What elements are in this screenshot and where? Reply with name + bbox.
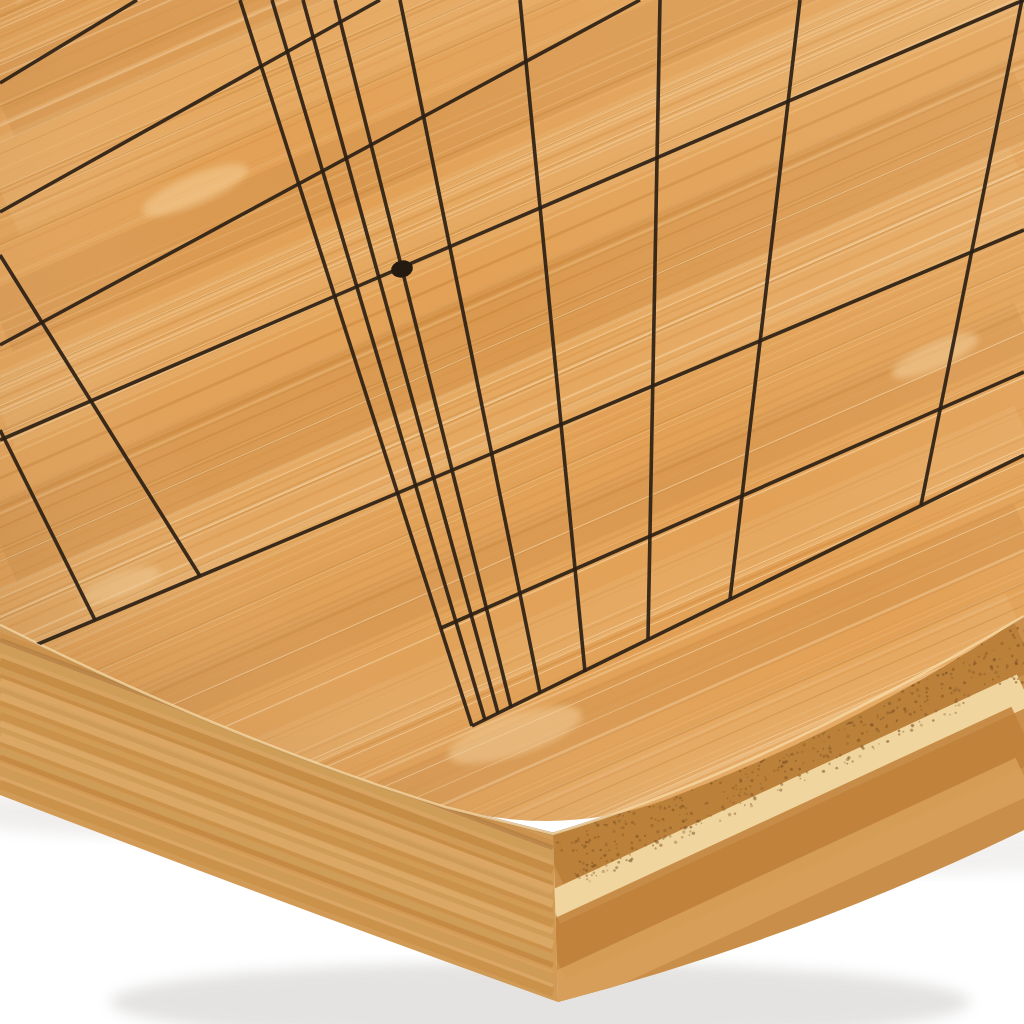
- end-grain-speckle: [972, 671, 976, 675]
- end-grain-speckle: [891, 710, 894, 713]
- end-grain-speckle: [836, 756, 838, 758]
- end-grain-speckle: [889, 711, 891, 713]
- end-grain-speckle: [745, 773, 747, 775]
- end-grain-speckle: [597, 866, 599, 868]
- end-grain-speckle: [812, 747, 815, 750]
- end-grain-speckle: [968, 669, 971, 672]
- end-grain-speckle: [773, 770, 775, 772]
- end-grain-speckle: [585, 830, 587, 832]
- end-grain-speckle: [846, 742, 849, 745]
- end-grain-speckle: [685, 807, 687, 809]
- end-grain-speckle: [659, 808, 661, 810]
- end-grain-speckle: [994, 671, 998, 675]
- end-grain-speckle: [925, 691, 927, 693]
- end-grain-speckle: [1013, 636, 1016, 639]
- end-grain-speckle: [963, 662, 965, 664]
- end-grain-speckle: [888, 702, 892, 706]
- end-grain-speckle: [913, 711, 916, 714]
- end-grain-speckle: [655, 840, 658, 843]
- end-grain-speckle: [822, 733, 825, 736]
- end-grain-speckle: [920, 705, 922, 707]
- end-grain-speckle: [875, 727, 878, 730]
- end-grain-speckle: [618, 819, 621, 822]
- end-grain-speckle: [804, 780, 806, 782]
- end-grain-speckle: [733, 795, 735, 797]
- end-grain-speckle: [978, 655, 980, 657]
- end-grain-speckle: [777, 769, 780, 772]
- end-grain-speckle: [652, 845, 654, 847]
- end-grain-speckle: [829, 751, 831, 753]
- end-grain-speckle: [878, 743, 880, 745]
- end-grain-speckle: [698, 819, 701, 822]
- end-grain-speckle: [777, 790, 778, 791]
- end-grain-speckle: [780, 765, 783, 768]
- end-grain-speckle: [682, 820, 685, 823]
- end-grain-speckle: [739, 791, 741, 793]
- end-grain-speckle: [603, 824, 605, 826]
- end-grain-speckle: [685, 819, 687, 821]
- end-grain-speckle: [681, 805, 683, 807]
- end-grain-speckle: [669, 835, 672, 838]
- end-grain-speckle: [602, 870, 605, 873]
- end-grain-speckle: [689, 830, 692, 833]
- end-grain-speckle: [926, 699, 928, 701]
- end-grain-speckle: [657, 820, 659, 822]
- end-grain-speckle: [611, 859, 613, 861]
- end-grain-speckle: [753, 796, 756, 799]
- end-grain-speckle: [635, 835, 638, 838]
- end-grain-speckle: [760, 783, 762, 785]
- end-grain-speckle: [633, 812, 636, 815]
- end-grain-speckle: [685, 826, 688, 829]
- end-grain-speckle: [920, 724, 923, 727]
- end-grain-speckle: [969, 664, 971, 666]
- end-grain-speckle: [740, 803, 741, 804]
- end-grain-speckle: [653, 806, 655, 808]
- end-grain-speckle: [851, 760, 853, 762]
- end-grain-speckle: [828, 763, 831, 766]
- end-grain-speckle: [592, 871, 595, 874]
- end-grain-speckle: [614, 820, 615, 821]
- end-grain-speckle: [634, 823, 636, 825]
- end-grain-speckle: [1008, 647, 1010, 649]
- end-grain-speckle: [829, 745, 831, 747]
- end-grain-speckle: [585, 841, 588, 844]
- end-grain-speckle: [819, 754, 822, 757]
- end-grain-speckle: [675, 804, 677, 806]
- end-grain-speckle: [744, 804, 746, 806]
- end-grain-speckle: [999, 682, 1002, 685]
- end-grain-speckle: [1021, 681, 1024, 684]
- end-grain-speckle: [779, 760, 781, 762]
- end-grain-speckle: [581, 861, 585, 865]
- end-grain-speckle: [950, 673, 953, 676]
- end-grain-speckle: [644, 844, 647, 847]
- end-grain-speckle: [835, 767, 838, 770]
- end-grain-speckle: [838, 729, 840, 731]
- end-grain-speckle: [730, 801, 731, 802]
- product-photo: [0, 0, 1024, 1024]
- end-grain-speckle: [749, 785, 751, 787]
- end-grain-speckle: [707, 815, 709, 817]
- end-grain-speckle: [898, 734, 900, 736]
- end-grain-speckle: [599, 849, 602, 852]
- end-grain-speckle: [644, 835, 646, 837]
- end-grain-speckle: [902, 731, 904, 733]
- end-grain-speckle: [936, 674, 939, 677]
- end-grain-speckle: [1006, 678, 1008, 680]
- end-grain-speckle: [1015, 681, 1017, 683]
- end-grain-speckle: [757, 768, 760, 771]
- end-grain-speckle: [764, 776, 766, 778]
- end-grain-speckle: [579, 870, 581, 872]
- end-grain-speckle: [877, 717, 879, 719]
- end-grain-speckle: [655, 819, 657, 821]
- end-grain-speckle: [680, 827, 681, 828]
- end-grain-speckle: [638, 839, 641, 842]
- end-grain-speckle: [844, 761, 846, 763]
- end-grain-speckle: [788, 755, 790, 757]
- end-grain-speckle: [993, 650, 995, 652]
- end-grain-speckle: [750, 804, 753, 807]
- end-grain-speckle: [918, 682, 920, 684]
- end-grain-speckle: [802, 762, 804, 764]
- end-grain-speckle: [663, 829, 666, 832]
- end-grain-speckle: [853, 724, 856, 727]
- end-grain-speckle: [896, 719, 898, 721]
- end-grain-speckle: [780, 783, 783, 786]
- end-grain-speckle: [559, 842, 560, 843]
- end-grain-speckle: [616, 853, 620, 857]
- end-grain-speckle: [803, 743, 806, 746]
- end-grain-speckle: [612, 830, 615, 833]
- end-grain-speckle: [617, 861, 620, 864]
- end-grain-speckle: [873, 748, 875, 750]
- end-grain-speckle: [690, 812, 693, 815]
- end-grain-speckle: [963, 694, 966, 697]
- end-grain-speckle: [572, 849, 574, 851]
- end-grain-speckle: [1017, 678, 1019, 680]
- end-grain-speckle: [825, 754, 828, 757]
- end-grain-speckle: [992, 678, 994, 680]
- end-grain-speckle: [690, 826, 693, 829]
- end-grain-speckle: [949, 714, 951, 716]
- end-grain-speckle: [795, 760, 797, 762]
- end-grain-speckle: [740, 796, 742, 798]
- end-grain-speckle: [962, 702, 964, 704]
- end-grain-speckle: [679, 796, 682, 799]
- end-grain-speckle: [625, 822, 628, 825]
- end-grain-speckle: [758, 765, 760, 767]
- end-grain-speckle: [681, 836, 684, 839]
- end-grain-speckle: [974, 660, 975, 661]
- end-grain-speckle: [942, 673, 945, 676]
- end-grain-speckle: [861, 732, 864, 735]
- end-grain-speckle: [818, 735, 820, 737]
- end-grain-speckle: [631, 842, 634, 845]
- end-grain-speckle: [791, 753, 794, 756]
- end-grain-speckle: [963, 681, 966, 684]
- end-grain-speckle: [1016, 644, 1020, 648]
- end-grain-speckle: [574, 873, 576, 875]
- end-grain-speckle: [591, 865, 594, 868]
- end-grain-speckle: [605, 864, 607, 866]
- end-grain-speckle: [860, 745, 863, 748]
- end-grain-speckle: [689, 834, 691, 836]
- end-grain-speckle: [941, 687, 943, 689]
- end-grain-speckle: [757, 775, 759, 777]
- end-grain-speckle: [882, 717, 884, 719]
- end-grain-speckle: [629, 859, 632, 862]
- end-grain-speckle: [806, 771, 809, 774]
- end-grain-speckle: [985, 652, 989, 656]
- end-grain-speckle: [608, 849, 611, 852]
- end-grain-speckle: [734, 812, 737, 815]
- end-grain-speckle: [950, 692, 952, 694]
- end-grain-speckle: [785, 760, 788, 763]
- end-grain-speckle: [898, 698, 901, 701]
- end-grain-speckle: [605, 824, 608, 827]
- end-grain-speckle: [650, 817, 653, 820]
- end-grain-speckle: [984, 655, 987, 658]
- end-grain-speckle: [664, 807, 667, 810]
- end-grain-speckle: [997, 676, 999, 678]
- end-grain-speckle: [844, 728, 845, 729]
- end-grain-speckle: [1011, 655, 1013, 657]
- end-grain-speckle: [799, 778, 801, 780]
- end-grain-speckle: [625, 820, 627, 822]
- end-grain-speckle: [578, 877, 581, 880]
- end-grain-speckle: [659, 844, 662, 847]
- end-grain-speckle: [616, 847, 618, 849]
- end-grain-speckle: [586, 878, 588, 880]
- end-grain-speckle: [847, 763, 849, 765]
- end-grain-speckle: [600, 857, 602, 859]
- end-grain-speckle: [877, 714, 879, 716]
- end-grain-speckle: [622, 826, 625, 829]
- end-grain-speckle: [1022, 642, 1024, 644]
- end-grain-speckle: [622, 815, 624, 817]
- end-grain-speckle: [1013, 678, 1016, 681]
- end-grain-speckle: [719, 781, 722, 784]
- end-grain-speckle: [614, 823, 616, 825]
- end-grain-speckle: [582, 872, 584, 874]
- end-grain-speckle: [898, 730, 901, 733]
- end-grain-speckle: [622, 833, 625, 836]
- end-grain-speckle: [778, 767, 780, 769]
- end-grain-speckle: [617, 816, 619, 818]
- end-grain-speckle: [574, 842, 576, 844]
- end-grain-speckle: [951, 677, 953, 679]
- end-grain-speckle: [798, 774, 801, 777]
- end-grain-speckle: [586, 875, 588, 877]
- end-grain-speckle: [587, 834, 589, 836]
- end-grain-speckle: [817, 750, 819, 752]
- end-grain-speckle: [668, 806, 670, 808]
- end-grain-speckle: [880, 718, 882, 720]
- end-grain-speckle: [630, 846, 634, 850]
- end-grain-speckle: [839, 754, 842, 757]
- end-grain-speckle: [924, 713, 927, 716]
- end-grain-speckle: [926, 679, 928, 681]
- end-grain-speckle: [577, 837, 579, 839]
- end-grain-speckle: [941, 694, 944, 697]
- end-grain-speckle: [916, 688, 920, 692]
- end-grain-speckle: [681, 799, 683, 801]
- end-grain-speckle: [739, 770, 741, 772]
- end-grain-speckle: [822, 770, 825, 773]
- end-grain-speckle: [736, 789, 738, 791]
- end-grain-speckle: [1006, 664, 1009, 667]
- end-grain-speckle: [866, 731, 868, 733]
- end-grain-speckle: [955, 705, 957, 707]
- end-grain-speckle: [654, 847, 656, 849]
- end-grain-speckle: [594, 836, 597, 839]
- end-grain-speckle: [581, 844, 583, 846]
- end-grain-speckle: [784, 771, 786, 773]
- end-grain-speckle: [886, 711, 889, 714]
- end-grain-speckle: [747, 776, 749, 778]
- end-grain-speckle: [828, 747, 831, 750]
- end-grain-speckle: [848, 722, 850, 724]
- end-grain-speckle: [740, 788, 742, 790]
- end-grain-speckle: [744, 788, 747, 791]
- end-grain-speckle: [908, 709, 910, 711]
- end-grain-speckle: [583, 846, 586, 849]
- end-grain-speckle: [983, 658, 985, 660]
- end-grain-speckle: [658, 805, 662, 809]
- end-grain-speckle: [1009, 629, 1012, 632]
- end-grain-speckle: [859, 715, 862, 718]
- end-grain-speckle: [967, 694, 970, 697]
- end-grain-speckle: [784, 776, 788, 780]
- end-grain-speckle: [943, 713, 946, 716]
- end-grain-speckle: [945, 672, 947, 674]
- end-grain-speckle: [846, 758, 849, 761]
- end-grain-speckle: [935, 710, 938, 713]
- end-grain-speckle: [701, 823, 703, 825]
- end-grain-speckle: [790, 768, 793, 771]
- end-grain-speckle: [673, 798, 675, 800]
- end-grain-speckle: [924, 701, 926, 703]
- end-grain-speckle: [798, 768, 801, 771]
- end-grain-speckle: [971, 677, 972, 678]
- end-grain-speckle: [615, 866, 618, 869]
- end-grain-speckle: [932, 719, 935, 722]
- end-grain-speckle: [983, 673, 986, 676]
- end-grain-speckle: [728, 813, 732, 817]
- end-grain-speckle: [733, 802, 735, 804]
- end-grain-speckle: [952, 668, 955, 671]
- end-grain-speckle: [620, 857, 622, 859]
- end-grain-speckle: [605, 843, 609, 847]
- end-grain-speckle: [823, 748, 825, 750]
- end-grain-speckle: [993, 658, 997, 662]
- end-grain-speckle: [739, 778, 742, 781]
- end-grain-speckle: [1012, 634, 1014, 636]
- end-grain-speckle: [886, 724, 888, 726]
- end-grain-speckle: [722, 807, 725, 810]
- end-grain-speckle: [859, 755, 862, 758]
- end-grain-speckle: [751, 771, 753, 773]
- end-grain-speckle: [669, 826, 672, 829]
- end-grain-speckle: [984, 683, 985, 684]
- end-grain-speckle: [631, 821, 634, 824]
- end-grain-speckle: [953, 689, 956, 692]
- end-grain-speckle: [576, 874, 579, 877]
- end-grain-speckle: [813, 760, 815, 762]
- end-grain-speckle: [674, 840, 677, 843]
- end-grain-speckle: [625, 859, 627, 861]
- end-grain-speckle: [1016, 627, 1019, 630]
- end-grain-speckle: [648, 806, 650, 808]
- end-grain-speckle: [585, 869, 588, 872]
- end-grain-speckle: [606, 860, 608, 862]
- end-grain-speckle: [576, 850, 578, 852]
- end-grain-speckle: [695, 823, 697, 825]
- end-grain-speckle: [954, 700, 957, 703]
- end-grain-speckle: [1011, 676, 1013, 678]
- end-grain-speckle: [664, 835, 667, 838]
- end-grain-speckle: [911, 692, 913, 694]
- end-grain-speckle: [735, 785, 737, 787]
- end-grain-speckle: [796, 751, 798, 753]
- end-grain-speckle: [978, 673, 981, 676]
- end-grain-speckle: [659, 837, 661, 839]
- end-grain-speckle: [662, 818, 665, 821]
- end-grain-speckle: [908, 713, 912, 717]
- end-grain-speckle: [738, 794, 740, 796]
- end-grain-speckle: [941, 683, 944, 686]
- end-grain-speckle: [710, 815, 712, 817]
- end-grain-speckle: [650, 824, 653, 827]
- go-board-photo: [0, 0, 1024, 1024]
- end-grain-speckle: [679, 814, 680, 815]
- end-grain-speckle: [813, 737, 815, 739]
- end-grain-speckle: [920, 709, 922, 711]
- end-grain-speckle: [629, 854, 631, 856]
- end-grain-speckle: [710, 782, 712, 784]
- end-grain-speckle: [682, 830, 685, 833]
- end-grain-speckle: [846, 734, 849, 737]
- end-grain-speckle: [579, 860, 581, 862]
- end-grain-speckle: [589, 880, 591, 882]
- end-grain-speckle: [656, 830, 659, 833]
- end-grain-speckle: [958, 689, 961, 692]
- end-grain-speckle: [686, 813, 688, 815]
- end-grain-speckle: [750, 779, 753, 782]
- end-grain-speckle: [860, 720, 862, 722]
- end-grain-speckle: [911, 724, 915, 728]
- end-grain-speckle: [827, 736, 830, 739]
- end-grain-speckle: [672, 808, 675, 811]
- end-grain-speckle: [692, 831, 696, 835]
- end-grain-speckle: [560, 849, 563, 852]
- end-grain-speckle: [636, 848, 638, 850]
- end-grain-speckle: [1015, 660, 1017, 662]
- end-grain-speckle: [925, 687, 928, 690]
- end-grain-speckle: [603, 854, 606, 857]
- end-grain-speckle: [614, 840, 616, 842]
- end-grain-speckle: [926, 695, 929, 698]
- end-grain-speckle: [723, 791, 725, 793]
- end-grain-speckle: [886, 740, 889, 743]
- end-grain-speckle: [662, 838, 664, 840]
- end-grain-speckle: [571, 841, 574, 844]
- end-grain-speckle: [918, 721, 920, 723]
- end-grain-speckle: [582, 868, 585, 871]
- end-grain-speckle: [857, 739, 861, 743]
